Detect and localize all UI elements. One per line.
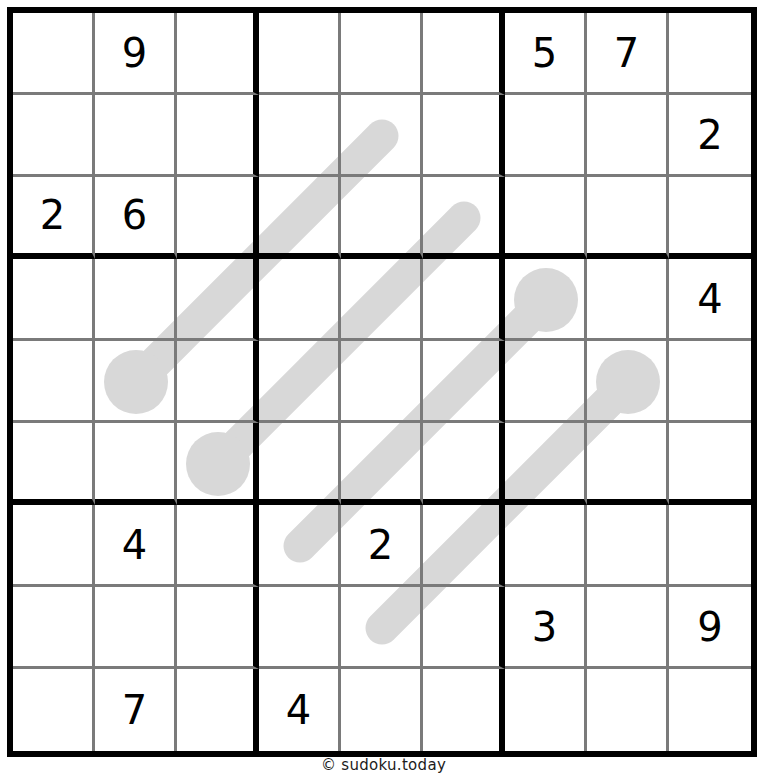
cell-r2c9[interactable]: 2 [669, 95, 751, 177]
cell-r1c5[interactable] [341, 13, 423, 95]
cell-r3c6[interactable] [423, 177, 505, 259]
cell-r6c5[interactable] [341, 423, 423, 505]
cell-r8c1[interactable] [13, 587, 95, 669]
cell-r9c9[interactable] [669, 669, 751, 751]
cell-r4c1[interactable] [13, 259, 95, 341]
cell-r7c7[interactable] [505, 505, 587, 587]
cell-r2c8[interactable] [587, 95, 669, 177]
cell-r8c5[interactable] [341, 587, 423, 669]
cell-r9c2[interactable]: 7 [95, 669, 177, 751]
cell-r8c6[interactable] [423, 587, 505, 669]
cell-r5c7[interactable] [505, 341, 587, 423]
cell-r6c6[interactable] [423, 423, 505, 505]
cell-r2c3[interactable] [177, 95, 259, 177]
cell-r7c3[interactable] [177, 505, 259, 587]
cell-r8c3[interactable] [177, 587, 259, 669]
cell-r3c1[interactable]: 2 [13, 177, 95, 259]
cell-r4c7[interactable] [505, 259, 587, 341]
cell-r9c3[interactable] [177, 669, 259, 751]
cell-r4c9[interactable]: 4 [669, 259, 751, 341]
cell-r7c9[interactable] [669, 505, 751, 587]
cell-r1c1[interactable] [13, 13, 95, 95]
cell-r1c4[interactable] [259, 13, 341, 95]
cell-r6c2[interactable] [95, 423, 177, 505]
cell-r8c7[interactable]: 3 [505, 587, 587, 669]
cell-r6c1[interactable] [13, 423, 95, 505]
cell-r7c2[interactable]: 4 [95, 505, 177, 587]
cell-r6c7[interactable] [505, 423, 587, 505]
cell-r9c8[interactable] [587, 669, 669, 751]
cell-r9c7[interactable] [505, 669, 587, 751]
cell-r5c6[interactable] [423, 341, 505, 423]
cell-r2c4[interactable] [259, 95, 341, 177]
cell-r4c3[interactable] [177, 259, 259, 341]
cell-r6c4[interactable] [259, 423, 341, 505]
cell-r1c8[interactable]: 7 [587, 13, 669, 95]
cell-r6c8[interactable] [587, 423, 669, 505]
cell-r6c9[interactable] [669, 423, 751, 505]
cell-r9c5[interactable] [341, 669, 423, 751]
cell-r5c5[interactable] [341, 341, 423, 423]
cell-r8c2[interactable] [95, 587, 177, 669]
cell-r4c5[interactable] [341, 259, 423, 341]
cell-r3c3[interactable] [177, 177, 259, 259]
cell-r9c4[interactable]: 4 [259, 669, 341, 751]
sudoku-board: 9572264423974 [7, 7, 757, 757]
cell-r1c2[interactable]: 9 [95, 13, 177, 95]
cell-r5c1[interactable] [13, 341, 95, 423]
cell-r2c5[interactable] [341, 95, 423, 177]
cell-r3c4[interactable] [259, 177, 341, 259]
cell-r4c8[interactable] [587, 259, 669, 341]
cell-r2c7[interactable] [505, 95, 587, 177]
cell-r4c6[interactable] [423, 259, 505, 341]
cell-r7c8[interactable] [587, 505, 669, 587]
cell-r5c3[interactable] [177, 341, 259, 423]
cell-r7c6[interactable] [423, 505, 505, 587]
cell-r2c2[interactable] [95, 95, 177, 177]
cell-r1c6[interactable] [423, 13, 505, 95]
cell-r1c7[interactable]: 5 [505, 13, 587, 95]
cell-r5c4[interactable] [259, 341, 341, 423]
cell-r3c2[interactable]: 6 [95, 177, 177, 259]
cell-r7c5[interactable]: 2 [341, 505, 423, 587]
cell-r3c9[interactable] [669, 177, 751, 259]
sudoku-grid: 9572264423974 [13, 13, 751, 751]
cell-r5c2[interactable] [95, 341, 177, 423]
copyright-text: © sudoku.today [0, 756, 767, 774]
cell-r2c1[interactable] [13, 95, 95, 177]
cell-r5c9[interactable] [669, 341, 751, 423]
cell-r3c5[interactable] [341, 177, 423, 259]
cell-r1c9[interactable] [669, 13, 751, 95]
cell-r7c4[interactable] [259, 505, 341, 587]
cell-r3c7[interactable] [505, 177, 587, 259]
cell-r8c9[interactable]: 9 [669, 587, 751, 669]
cell-r9c1[interactable] [13, 669, 95, 751]
cell-r5c8[interactable] [587, 341, 669, 423]
cell-r9c6[interactable] [423, 669, 505, 751]
cell-r4c2[interactable] [95, 259, 177, 341]
cell-r1c3[interactable] [177, 13, 259, 95]
cell-r8c8[interactable] [587, 587, 669, 669]
cell-r2c6[interactable] [423, 95, 505, 177]
cell-r8c4[interactable] [259, 587, 341, 669]
cell-r7c1[interactable] [13, 505, 95, 587]
cell-r6c3[interactable] [177, 423, 259, 505]
cell-r3c8[interactable] [587, 177, 669, 259]
cell-r4c4[interactable] [259, 259, 341, 341]
